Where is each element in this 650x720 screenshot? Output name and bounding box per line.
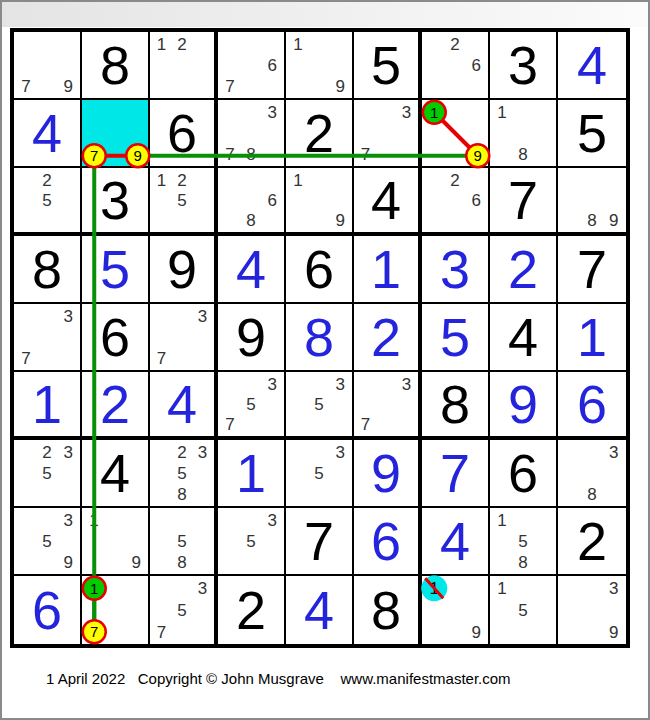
cell-r8c1[interactable]: 359 (14, 508, 82, 576)
cell-r5c3[interactable]: 37 (150, 304, 218, 372)
sudoku-board: 7981267195263446378237185253125681942678… (10, 28, 630, 648)
pencil-mark: 9 (63, 78, 72, 95)
solved-digit: 2 (371, 310, 401, 364)
cell-r4c6[interactable]: 1 (354, 236, 422, 304)
pencil-mark: 8 (246, 212, 255, 229)
pencil-mark: 8 (518, 554, 527, 571)
pencil-mark: 1 (497, 103, 506, 120)
cell-r8c8[interactable]: 158 (490, 508, 558, 576)
pencil-mark: 5 (518, 602, 527, 619)
pencil-mark: 7 (361, 146, 370, 163)
given-digit: 6 (167, 106, 197, 160)
cell-r3c2[interactable]: 3 (82, 168, 150, 236)
pencil-mark: 8 (587, 486, 596, 503)
solved-digit: 4 (304, 583, 334, 637)
pencil-mark: 7 (157, 623, 166, 640)
cell-r5c8[interactable]: 4 (490, 304, 558, 372)
cell-r9c9[interactable]: 39 (558, 576, 626, 644)
pencil-mark: 5 (177, 533, 186, 550)
pencil-mark: 3 (402, 103, 411, 120)
cell-r4c5[interactable]: 6 (286, 236, 354, 304)
given-digit: 6 (508, 446, 538, 500)
pencil-mark: 8 (177, 486, 186, 503)
pencil-mark: 1 (89, 511, 98, 528)
pencil-mark: 9 (63, 554, 72, 571)
given-digit: 9 (236, 310, 266, 364)
pencil-mark: 5 (246, 533, 255, 550)
given-digit: 6 (304, 242, 334, 296)
cell-r2c8[interactable]: 18 (490, 100, 558, 168)
pencil-mark: 7 (225, 146, 234, 163)
cell-r6c5[interactable]: 35 (286, 372, 354, 440)
given-digit: 5 (577, 106, 607, 160)
pencil-mark: 1 (157, 171, 166, 188)
pencil-mark: 7 (225, 416, 234, 433)
cell-r9c7[interactable]: 9 (422, 576, 490, 644)
pencil-mark: 1 (157, 35, 166, 52)
given-digit: 2 (577, 514, 607, 568)
given-digit: 6 (100, 310, 130, 364)
given-digit: 3 (508, 38, 538, 92)
cell-r3c9[interactable]: 89 (558, 168, 626, 236)
pencil-mark: 3 (63, 511, 72, 528)
cell-r3c5[interactable]: 19 (286, 168, 354, 236)
cell-r6c8[interactable]: 9 (490, 372, 558, 440)
pencil-mark: 5 (42, 465, 51, 482)
pencil-mark: 5 (177, 465, 186, 482)
pencil-mark: 9 (471, 623, 480, 640)
cell-r3c6[interactable]: 4 (354, 168, 422, 236)
pencil-mark: 5 (314, 465, 323, 482)
pencil-mark: 7 (157, 350, 166, 367)
solved-digit: 8 (304, 310, 334, 364)
pencil-mark: 7 (361, 416, 370, 433)
cell-r2c1[interactable]: 4 (14, 100, 82, 168)
pencil-mark: 7 (21, 78, 30, 95)
solved-digit: 4 (440, 514, 470, 568)
given-digit: 7 (508, 173, 538, 227)
solved-digit: 5 (100, 242, 130, 296)
solved-digit: 6 (32, 583, 62, 637)
cell-r6c7[interactable]: 8 (422, 372, 490, 440)
solved-digit: 1 (32, 377, 62, 431)
cell-r9c5[interactable]: 4 (286, 576, 354, 644)
pencil-mark: 5 (177, 192, 186, 209)
pencil-mark: 2 (177, 35, 186, 52)
cell-r8c3[interactable]: 58 (150, 508, 218, 576)
cell-r8c4[interactable]: 35 (218, 508, 286, 576)
pencil-mark: 7 (225, 78, 234, 95)
cell-r8c6[interactable]: 6 (354, 508, 422, 576)
cell-r6c9[interactable]: 6 (558, 372, 626, 440)
cell-r7c4[interactable]: 1 (218, 440, 286, 508)
cell-r7c5[interactable]: 35 (286, 440, 354, 508)
given-digit: 4 (508, 310, 538, 364)
pencil-mark: 6 (471, 192, 480, 209)
pencil-mark: 8 (246, 146, 255, 163)
pencil-mark: 9 (131, 554, 140, 571)
given-digit: 8 (100, 38, 130, 92)
solved-digit: 6 (371, 514, 401, 568)
pencil-mark: 5 (177, 602, 186, 619)
cell-r8c5[interactable]: 7 (286, 508, 354, 576)
cell-r8c2[interactable]: 19 (82, 508, 150, 576)
cell-r2c5[interactable]: 2 (286, 100, 354, 168)
cell-r6c4[interactable]: 357 (218, 372, 286, 440)
solved-digit: 4 (236, 242, 266, 296)
cell-r9c3[interactable]: 357 (150, 576, 218, 644)
cell-r1c5[interactable]: 19 (286, 32, 354, 100)
given-digit: 4 (371, 173, 401, 227)
pencil-mark: 3 (198, 307, 207, 324)
cell-r4c8[interactable]: 2 (490, 236, 558, 304)
cell-r7c2[interactable]: 4 (82, 440, 150, 508)
cell-r5c1[interactable]: 37 (14, 304, 82, 372)
cell-r1c2[interactable]: 8 (82, 32, 150, 100)
pencil-mark: 2 (177, 443, 186, 460)
solved-digit: 2 (508, 242, 538, 296)
cell-r9c2[interactable] (82, 576, 150, 644)
cell-r6c6[interactable]: 37 (354, 372, 422, 440)
pencil-mark: 3 (267, 511, 276, 528)
pencil-mark: 3 (609, 580, 618, 597)
pencil-mark: 9 (335, 212, 344, 229)
given-digit: 2 (304, 106, 334, 160)
cell-r6c2[interactable]: 2 (82, 372, 150, 440)
solved-digit: 9 (371, 446, 401, 500)
solved-digit: 1 (577, 310, 607, 364)
pencil-mark: 3 (335, 443, 344, 460)
cell-r5c2[interactable]: 6 (82, 304, 150, 372)
cell-r2c3[interactable]: 6 (150, 100, 218, 168)
pencil-mark: 3 (267, 103, 276, 120)
cell-r3c7[interactable]: 26 (422, 168, 490, 236)
given-digit: 9 (167, 242, 197, 296)
solved-digit: 2 (100, 377, 130, 431)
cell-r3c8[interactable]: 7 (490, 168, 558, 236)
pencil-mark: 2 (177, 171, 186, 188)
pencil-mark: 5 (518, 533, 527, 550)
pencil-mark: 6 (267, 192, 276, 209)
pencil-mark: 6 (267, 57, 276, 74)
pencil-mark: 7 (21, 350, 30, 367)
pencil-mark: 2 (450, 171, 459, 188)
cell-r2c6[interactable]: 37 (354, 100, 422, 168)
pencil-mark: 5 (246, 396, 255, 413)
screenshot-frame: 7981267195263446378237185253125681942678… (0, 0, 650, 720)
solved-digit: 9 (508, 377, 538, 431)
cell-r8c7[interactable]: 4 (422, 508, 490, 576)
cell-r4c7[interactable]: 3 (422, 236, 490, 304)
cell-r4c1[interactable]: 8 (14, 236, 82, 304)
cell-r1c7[interactable]: 26 (422, 32, 490, 100)
pencil-mark: 2 (42, 171, 51, 188)
given-digit: 8 (32, 242, 62, 296)
cell-r3c4[interactable]: 68 (218, 168, 286, 236)
caption-text: 1 April 2022 Copyright © John Musgrave w… (46, 670, 511, 687)
cell-r9c4[interactable]: 2 (218, 576, 286, 644)
cell-r1c6[interactable]: 5 (354, 32, 422, 100)
cell-r7c8[interactable]: 6 (490, 440, 558, 508)
cell-r1c4[interactable]: 67 (218, 32, 286, 100)
pencil-mark: 3 (402, 375, 411, 392)
pencil-mark: 2 (450, 35, 459, 52)
cell-r4c2[interactable]: 5 (82, 236, 150, 304)
cell-r4c3[interactable]: 9 (150, 236, 218, 304)
cell-r9c6[interactable]: 8 (354, 576, 422, 644)
cell-r3c1[interactable]: 25 (14, 168, 82, 236)
cell-r5c5[interactable]: 8 (286, 304, 354, 372)
pencil-mark: 1 (497, 511, 506, 528)
solved-digit: 4 (167, 377, 197, 431)
solved-digit: 5 (440, 310, 470, 364)
pencil-mark: 3 (63, 443, 72, 460)
cell-r7c3[interactable]: 2358 (150, 440, 218, 508)
pencil-mark: 1 (293, 35, 302, 52)
solved-digit: 1 (236, 446, 266, 500)
given-digit: 2 (236, 583, 266, 637)
cell-r4c9[interactable]: 7 (558, 236, 626, 304)
cell-r1c9[interactable]: 4 (558, 32, 626, 100)
cell-r5c6[interactable]: 2 (354, 304, 422, 372)
pencil-mark: 3 (63, 307, 72, 324)
cell-r1c3[interactable]: 12 (150, 32, 218, 100)
solved-digit: 4 (32, 106, 62, 160)
solved-digit: 7 (440, 446, 470, 500)
solved-digit: 3 (440, 242, 470, 296)
cell-r7c9[interactable]: 38 (558, 440, 626, 508)
pencil-mark: 9 (609, 212, 618, 229)
pencil-mark: 8 (177, 554, 186, 571)
pencil-mark: 6 (471, 57, 480, 74)
pencil-mark: 1 (497, 580, 506, 597)
pencil-mark: 3 (198, 443, 207, 460)
given-digit: 5 (371, 38, 401, 92)
cell-r7c7[interactable]: 7 (422, 440, 490, 508)
cell-r5c9[interactable]: 1 (558, 304, 626, 372)
cell-r7c1[interactable]: 235 (14, 440, 82, 508)
cell-r3c3[interactable]: 125 (150, 168, 218, 236)
pencil-mark: 5 (42, 533, 51, 550)
cell-r2c9[interactable]: 5 (558, 100, 626, 168)
given-digit: 8 (371, 583, 401, 637)
pencil-mark: 3 (267, 375, 276, 392)
pencil-mark: 5 (314, 396, 323, 413)
cell-r2c2[interactable] (82, 100, 150, 168)
given-digit: 3 (100, 173, 130, 227)
cell-r5c4[interactable]: 9 (218, 304, 286, 372)
cell-r6c3[interactable]: 4 (150, 372, 218, 440)
pencil-mark: 8 (518, 146, 527, 163)
cell-r2c7[interactable] (422, 100, 490, 168)
pencil-mark: 3 (335, 375, 344, 392)
pencil-mark: 3 (198, 580, 207, 597)
cell-r8c9[interactable]: 2 (558, 508, 626, 576)
solved-digit: 4 (577, 38, 607, 92)
pencil-mark: 9 (335, 78, 344, 95)
cell-r9c8[interactable]: 15 (490, 576, 558, 644)
cell-r6c1[interactable]: 1 (14, 372, 82, 440)
solved-digit: 1 (371, 242, 401, 296)
given-digit: 7 (304, 514, 334, 568)
solved-digit: 6 (577, 377, 607, 431)
pencil-mark: 9 (609, 623, 618, 640)
pencil-mark: 2 (42, 443, 51, 460)
pencil-mark: 5 (42, 192, 51, 209)
cell-r9c1[interactable]: 6 (14, 576, 82, 644)
cell-r1c1[interactable]: 79 (14, 32, 82, 100)
pencil-mark: 1 (293, 171, 302, 188)
given-digit: 7 (577, 242, 607, 296)
given-digit: 8 (440, 377, 470, 431)
cell-r5c7[interactable]: 5 (422, 304, 490, 372)
cell-r1c8[interactable]: 3 (490, 32, 558, 100)
window-top-bar (2, 2, 648, 27)
cell-r2c4[interactable]: 378 (218, 100, 286, 168)
cell-r4c4[interactable]: 4 (218, 236, 286, 304)
given-digit: 4 (100, 446, 130, 500)
pencil-mark: 3 (609, 443, 618, 460)
pencil-mark: 8 (587, 212, 596, 229)
cell-r7c6[interactable]: 9 (354, 440, 422, 508)
